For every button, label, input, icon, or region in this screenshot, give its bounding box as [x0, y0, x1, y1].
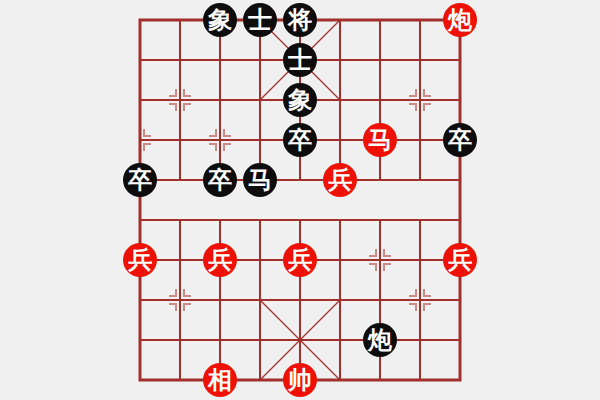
piece-b-elephant[interactable]: 象 [203, 3, 237, 37]
piece-r-pawn[interactable]: 兵 [123, 243, 157, 277]
piece-r-pawn[interactable]: 兵 [203, 243, 237, 277]
piece-b-pawn[interactable]: 卒 [443, 123, 477, 157]
xiangqi-pieces-grid: 象士将炮士象卒马卒卒卒马兵兵兵兵兵炮相帅 [120, 0, 480, 400]
piece-r-horse[interactable]: 马 [363, 123, 397, 157]
piece-b-advisor[interactable]: 士 [243, 3, 277, 37]
piece-b-pawn[interactable]: 卒 [283, 123, 317, 157]
piece-r-elephant[interactable]: 相 [203, 363, 237, 397]
piece-b-advisor[interactable]: 士 [283, 43, 317, 77]
piece-r-pawn[interactable]: 兵 [323, 163, 357, 197]
piece-b-elephant[interactable]: 象 [283, 83, 317, 117]
piece-r-cannon[interactable]: 炮 [443, 3, 477, 37]
piece-b-general[interactable]: 将 [283, 3, 317, 37]
piece-b-pawn[interactable]: 卒 [203, 163, 237, 197]
piece-b-horse[interactable]: 马 [243, 163, 277, 197]
piece-r-general[interactable]: 帅 [283, 363, 317, 397]
piece-b-pawn[interactable]: 卒 [123, 163, 157, 197]
piece-r-pawn[interactable]: 兵 [283, 243, 317, 277]
piece-r-pawn[interactable]: 兵 [443, 243, 477, 277]
screen: 象士将炮士象卒马卒卒卒马兵兵兵兵兵炮相帅 [0, 0, 600, 400]
piece-b-cannon[interactable]: 炮 [363, 323, 397, 357]
